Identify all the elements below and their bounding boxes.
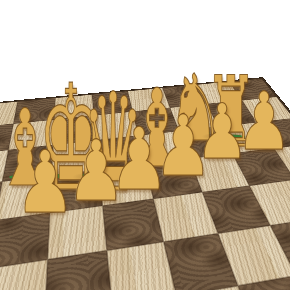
chess-board [0,78,290,290]
chess-set-product-photo: ♝♟♚♟♛♟♝♟♞♟♜♟ [0,0,290,290]
board-grid [0,77,290,290]
